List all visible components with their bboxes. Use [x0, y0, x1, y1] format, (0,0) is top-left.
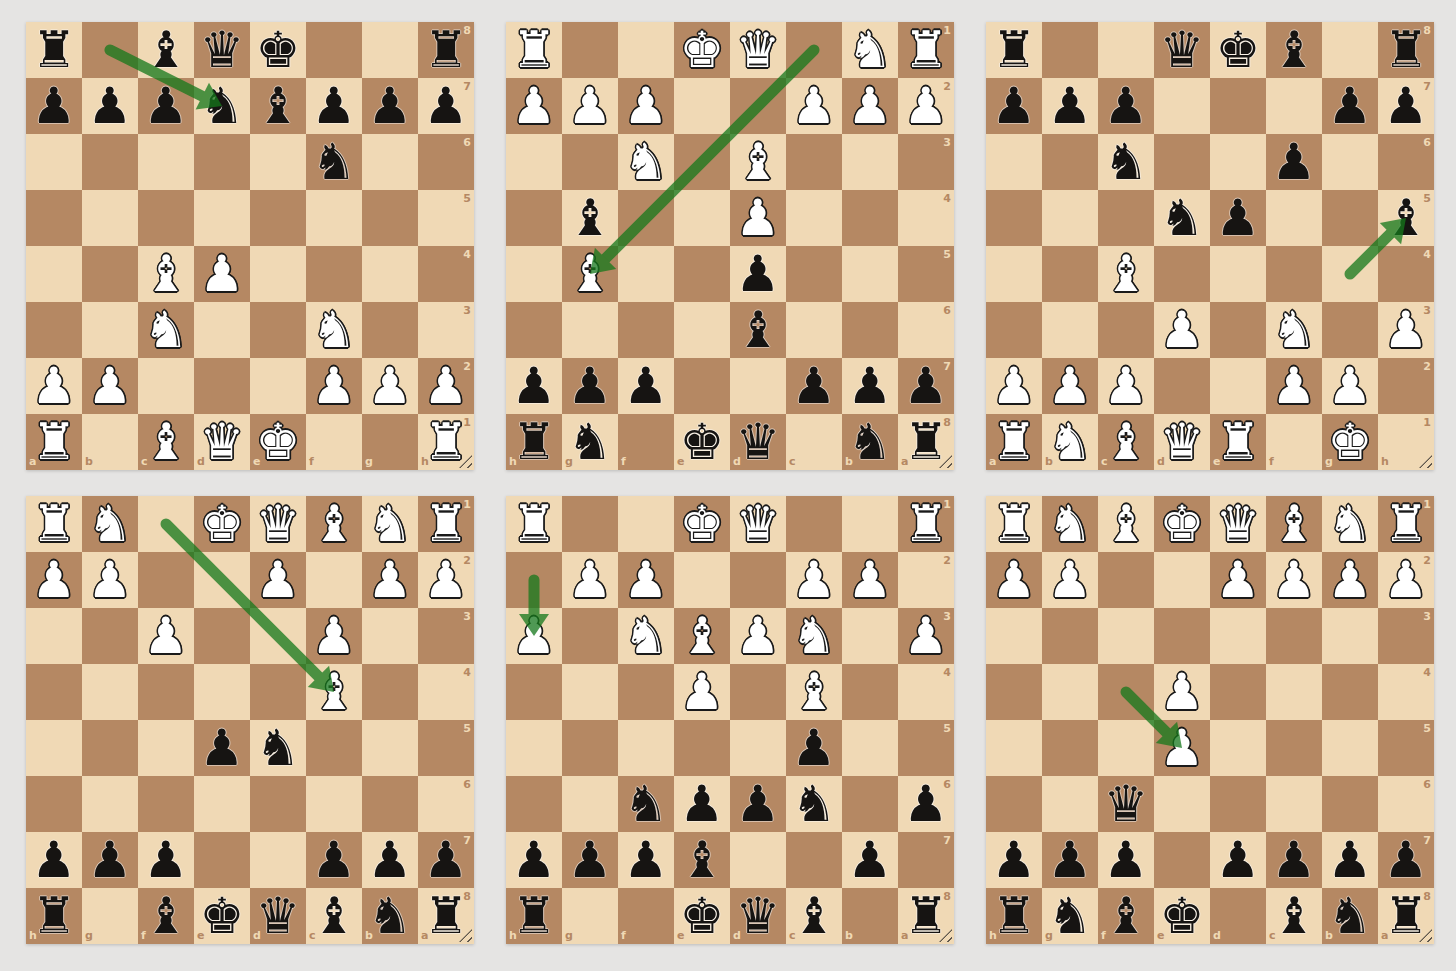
square-e5[interactable]: ♟: [1154, 720, 1210, 776]
square-d6[interactable]: [1210, 776, 1266, 832]
square-c8[interactable]: [1098, 22, 1154, 78]
square-a3[interactable]: 3: [898, 134, 954, 190]
square-a3[interactable]: 3: [1378, 608, 1434, 664]
piece-white-queen-d1[interactable]: ♛: [730, 496, 786, 552]
square-c1[interactable]: ♝c: [138, 414, 194, 470]
square-h8[interactable]: ♜8: [418, 22, 474, 78]
piece-black-rook-h8[interactable]: ♜: [1378, 22, 1434, 78]
square-h2[interactable]: ♟2: [418, 358, 474, 414]
square-b3[interactable]: [842, 134, 898, 190]
piece-white-pawn-a3[interactable]: ♟: [898, 608, 954, 664]
piece-white-rook-h1[interactable]: ♜: [506, 22, 562, 78]
piece-black-pawn-d7[interactable]: ♟: [1210, 832, 1266, 888]
square-g7[interactable]: ♟: [82, 832, 138, 888]
piece-black-pawn-b7[interactable]: ♟: [82, 78, 138, 134]
piece-black-knight-d5[interactable]: ♞: [1154, 190, 1210, 246]
piece-white-pawn-h2[interactable]: ♟: [986, 552, 1042, 608]
piece-black-bishop-f8[interactable]: ♝: [1266, 22, 1322, 78]
square-d7[interactable]: [730, 358, 786, 414]
square-d8[interactable]: ♛: [194, 22, 250, 78]
square-g2[interactable]: ♟: [562, 78, 618, 134]
square-c8[interactable]: ♝c: [306, 888, 362, 944]
piece-white-rook-a1[interactable]: ♜: [898, 22, 954, 78]
piece-white-rook-e1[interactable]: ♜: [1210, 414, 1266, 470]
square-d5[interactable]: [730, 720, 786, 776]
square-b5[interactable]: [842, 720, 898, 776]
square-b6[interactable]: [1042, 134, 1098, 190]
square-c3[interactable]: ♟: [306, 608, 362, 664]
square-e7[interactable]: ♝: [674, 832, 730, 888]
piece-white-pawn-h2[interactable]: ♟: [506, 78, 562, 134]
square-b6[interactable]: [842, 776, 898, 832]
square-f3[interactable]: ♞: [618, 134, 674, 190]
square-f2[interactable]: ♟: [306, 358, 362, 414]
piece-black-pawn-a7[interactable]: ♟: [986, 78, 1042, 134]
square-f7[interactable]: ♟: [618, 358, 674, 414]
piece-black-king-e8[interactable]: ♚: [674, 414, 730, 470]
square-e3[interactable]: [194, 608, 250, 664]
piece-white-pawn-b2[interactable]: ♟: [1042, 358, 1098, 414]
square-h4[interactable]: [986, 664, 1042, 720]
square-g4[interactable]: [362, 246, 418, 302]
piece-white-pawn-h2[interactable]: ♟: [418, 358, 474, 414]
square-a7[interactable]: ♟7: [1378, 832, 1434, 888]
square-g5[interactable]: [1042, 720, 1098, 776]
piece-black-bishop-f8[interactable]: ♝: [1098, 888, 1154, 944]
piece-black-king-e8[interactable]: ♚: [1154, 888, 1210, 944]
square-d2[interactable]: [1154, 358, 1210, 414]
piece-white-rook-a1[interactable]: ♜: [26, 414, 82, 470]
square-g1[interactable]: [562, 22, 618, 78]
square-f8[interactable]: f: [618, 888, 674, 944]
square-c2[interactable]: ♟: [1098, 358, 1154, 414]
square-f2[interactable]: ♟: [618, 78, 674, 134]
square-a6[interactable]: 6: [418, 776, 474, 832]
square-h3[interactable]: ♟3: [1378, 302, 1434, 358]
piece-white-pawn-f2[interactable]: ♟: [618, 552, 674, 608]
square-b4[interactable]: [82, 246, 138, 302]
square-a4[interactable]: 4: [898, 664, 954, 720]
square-h8[interactable]: ♜h: [506, 888, 562, 944]
square-e7[interactable]: [1210, 78, 1266, 134]
piece-white-pawn-a2[interactable]: ♟: [898, 78, 954, 134]
square-a4[interactable]: 4: [1378, 664, 1434, 720]
square-b8[interactable]: ♞b: [1322, 888, 1378, 944]
square-a5[interactable]: [986, 190, 1042, 246]
square-b6[interactable]: [1322, 776, 1378, 832]
piece-black-queen-d8[interactable]: ♛: [1154, 22, 1210, 78]
piece-black-queen-d8[interactable]: ♛: [194, 22, 250, 78]
piece-black-queen-d8[interactable]: ♛: [730, 414, 786, 470]
square-f4[interactable]: [306, 246, 362, 302]
square-c1[interactable]: [786, 496, 842, 552]
square-g4[interactable]: [562, 664, 618, 720]
square-f4[interactable]: [1098, 664, 1154, 720]
piece-black-pawn-f7[interactable]: ♟: [306, 78, 362, 134]
square-b6[interactable]: [82, 134, 138, 190]
piece-black-knight-d5[interactable]: ♞: [250, 720, 306, 776]
square-f8[interactable]: [306, 22, 362, 78]
square-h2[interactable]: [506, 552, 562, 608]
piece-white-bishop-c1[interactable]: ♝: [1266, 496, 1322, 552]
square-e1[interactable]: ♜e: [1210, 414, 1266, 470]
square-b7[interactable]: ♟: [1322, 832, 1378, 888]
piece-black-rook-h8[interactable]: ♜: [418, 22, 474, 78]
square-f5[interactable]: [618, 720, 674, 776]
piece-white-knight-b1[interactable]: ♞: [842, 22, 898, 78]
square-d4[interactable]: [1154, 246, 1210, 302]
piece-black-bishop-h5[interactable]: ♝: [1378, 190, 1434, 246]
square-b5[interactable]: [1042, 190, 1098, 246]
square-a1[interactable]: ♜1: [1378, 496, 1434, 552]
square-h7[interactable]: ♟: [26, 832, 82, 888]
square-f5[interactable]: [1098, 720, 1154, 776]
square-d1[interactable]: ♛d: [194, 414, 250, 470]
square-d2[interactable]: ♟: [1210, 552, 1266, 608]
piece-white-pawn-d3[interactable]: ♟: [730, 608, 786, 664]
square-c6[interactable]: [786, 302, 842, 358]
square-c7[interactable]: ♟: [1098, 78, 1154, 134]
piece-black-pawn-f7[interactable]: ♟: [618, 832, 674, 888]
square-f7[interactable]: ♟: [138, 832, 194, 888]
piece-black-king-e8[interactable]: ♚: [194, 888, 250, 944]
square-g5[interactable]: [362, 190, 418, 246]
piece-black-pawn-f7[interactable]: ♟: [618, 358, 674, 414]
square-b5[interactable]: [842, 246, 898, 302]
piece-black-bishop-f8[interactable]: ♝: [138, 888, 194, 944]
piece-black-pawn-b7[interactable]: ♟: [842, 358, 898, 414]
square-a4[interactable]: 4: [898, 190, 954, 246]
square-h1[interactable]: ♜: [26, 496, 82, 552]
piece-white-knight-c3[interactable]: ♞: [138, 302, 194, 358]
piece-black-pawn-g7[interactable]: ♟: [1042, 832, 1098, 888]
square-c6[interactable]: ♞: [786, 776, 842, 832]
square-e3[interactable]: [1154, 608, 1210, 664]
piece-black-queen-d8[interactable]: ♛: [730, 888, 786, 944]
square-e4[interactable]: ♟: [674, 664, 730, 720]
piece-white-pawn-b2[interactable]: ♟: [842, 78, 898, 134]
square-d6[interactable]: ♟: [730, 776, 786, 832]
piece-white-rook-a1[interactable]: ♜: [898, 496, 954, 552]
square-f4[interactable]: [1266, 246, 1322, 302]
square-b6[interactable]: [362, 776, 418, 832]
piece-black-pawn-h7[interactable]: ♟: [418, 78, 474, 134]
square-e6[interactable]: [194, 776, 250, 832]
square-f1[interactable]: [618, 22, 674, 78]
piece-black-pawn-f6[interactable]: ♟: [1266, 134, 1322, 190]
square-g1[interactable]: g: [362, 414, 418, 470]
piece-white-king-e1[interactable]: ♚: [674, 496, 730, 552]
piece-black-pawn-c7[interactable]: ♟: [306, 832, 362, 888]
piece-black-pawn-e6[interactable]: ♟: [674, 776, 730, 832]
square-f6[interactable]: [618, 302, 674, 358]
square-e8[interactable]: ♚: [1210, 22, 1266, 78]
square-d1[interactable]: ♛: [250, 496, 306, 552]
square-c1[interactable]: ♝: [1266, 496, 1322, 552]
piece-white-pawn-f2[interactable]: ♟: [306, 358, 362, 414]
square-d2[interactable]: [730, 78, 786, 134]
square-f1[interactable]: f: [1266, 414, 1322, 470]
piece-black-knight-g8[interactable]: ♞: [562, 414, 618, 470]
square-f7[interactable]: ♟: [1098, 832, 1154, 888]
square-d5[interactable]: [1210, 720, 1266, 776]
piece-white-queen-d1[interactable]: ♛: [250, 496, 306, 552]
piece-white-bishop-c4[interactable]: ♝: [1098, 246, 1154, 302]
square-h8[interactable]: ♜h: [26, 888, 82, 944]
piece-white-pawn-h3[interactable]: ♟: [506, 608, 562, 664]
piece-white-pawn-e4[interactable]: ♟: [674, 664, 730, 720]
piece-black-queen-d8[interactable]: ♛: [250, 888, 306, 944]
square-d8[interactable]: d: [1210, 888, 1266, 944]
square-d4[interactable]: [730, 664, 786, 720]
piece-white-rook-h1[interactable]: ♜: [26, 496, 82, 552]
piece-black-knight-c6[interactable]: ♞: [1098, 134, 1154, 190]
square-c2[interactable]: [138, 358, 194, 414]
square-b5[interactable]: [82, 190, 138, 246]
square-a7[interactable]: ♟7: [898, 358, 954, 414]
square-c1[interactable]: [786, 22, 842, 78]
square-b7[interactable]: ♟: [362, 832, 418, 888]
square-h8[interactable]: ♜h: [506, 414, 562, 470]
square-a3[interactable]: [986, 302, 1042, 358]
square-h6[interactable]: [986, 776, 1042, 832]
piece-black-pawn-a7[interactable]: ♟: [26, 78, 82, 134]
square-g2[interactable]: ♟: [82, 552, 138, 608]
square-b3[interactable]: [82, 302, 138, 358]
square-d4[interactable]: ♟: [194, 246, 250, 302]
piece-white-rook-a1[interactable]: ♜: [986, 414, 1042, 470]
square-b1[interactable]: b: [82, 414, 138, 470]
square-c3[interactable]: ♞: [138, 302, 194, 358]
square-f3[interactable]: ♟: [138, 608, 194, 664]
square-f6[interactable]: ♞: [618, 776, 674, 832]
piece-black-pawn-h7[interactable]: ♟: [506, 358, 562, 414]
square-g5[interactable]: ♝: [562, 246, 618, 302]
square-f8[interactable]: ♝f: [1098, 888, 1154, 944]
square-a7[interactable]: ♟7: [418, 832, 474, 888]
square-e3[interactable]: [1210, 302, 1266, 358]
chess-board[interactable]: ♜♞♝♚♛♝♞♜1♟♟♟♟♟♟23♟4♟5♛6♟♟♟♟♟♟♟7♜h♞g♝f♚ed…: [986, 496, 1434, 944]
piece-white-pawn-a2[interactable]: ♟: [418, 552, 474, 608]
piece-white-knight-b1[interactable]: ♞: [362, 496, 418, 552]
piece-black-knight-d7[interactable]: ♞: [194, 78, 250, 134]
square-b8[interactable]: [82, 22, 138, 78]
square-a5[interactable]: [26, 190, 82, 246]
square-c4[interactable]: ♝: [306, 664, 362, 720]
piece-black-pawn-e5[interactable]: ♟: [1210, 190, 1266, 246]
piece-white-rook-a1[interactable]: ♜: [1378, 496, 1434, 552]
square-e7[interactable]: [674, 358, 730, 414]
square-a5[interactable]: 5: [418, 720, 474, 776]
square-h3[interactable]: [986, 608, 1042, 664]
piece-black-pawn-c5[interactable]: ♟: [786, 720, 842, 776]
square-g7[interactable]: ♟: [1322, 78, 1378, 134]
square-a6[interactable]: 6: [1378, 776, 1434, 832]
piece-black-rook-h8[interactable]: ♜: [506, 888, 562, 944]
square-e8[interactable]: ♚e: [1154, 888, 1210, 944]
square-h4[interactable]: [506, 664, 562, 720]
piece-black-pawn-a7[interactable]: ♟: [898, 358, 954, 414]
piece-white-pawn-e4[interactable]: ♟: [1154, 664, 1210, 720]
piece-white-pawn-c2[interactable]: ♟: [786, 552, 842, 608]
square-b7[interactable]: ♟: [842, 832, 898, 888]
piece-white-pawn-c2[interactable]: ♟: [1098, 358, 1154, 414]
piece-white-queen-d1[interactable]: ♛: [1210, 496, 1266, 552]
square-c6[interactable]: [138, 134, 194, 190]
square-f7[interactable]: ♟: [618, 832, 674, 888]
square-f3[interactable]: ♞: [1266, 302, 1322, 358]
piece-white-king-e1[interactable]: ♚: [674, 22, 730, 78]
piece-white-rook-h1[interactable]: ♜: [986, 496, 1042, 552]
piece-black-pawn-d5[interactable]: ♟: [730, 246, 786, 302]
piece-white-bishop-d3[interactable]: ♝: [730, 134, 786, 190]
square-c4[interactable]: ♝: [138, 246, 194, 302]
square-h7[interactable]: ♟7: [1378, 78, 1434, 134]
square-b7[interactable]: ♟: [842, 358, 898, 414]
piece-white-pawn-d4[interactable]: ♟: [730, 190, 786, 246]
piece-black-pawn-b7[interactable]: ♟: [842, 832, 898, 888]
square-g7[interactable]: ♟: [362, 78, 418, 134]
square-b3[interactable]: [1042, 302, 1098, 358]
square-b7[interactable]: ♟: [82, 78, 138, 134]
square-a5[interactable]: 5: [1378, 720, 1434, 776]
piece-white-bishop-c4[interactable]: ♝: [786, 664, 842, 720]
piece-white-pawn-d2[interactable]: ♟: [250, 552, 306, 608]
piece-black-knight-g8[interactable]: ♞: [1042, 888, 1098, 944]
square-e6[interactable]: [1154, 776, 1210, 832]
piece-white-knight-b1[interactable]: ♞: [1042, 414, 1098, 470]
square-h6[interactable]: [506, 776, 562, 832]
square-d7[interactable]: [250, 832, 306, 888]
square-d8[interactable]: ♛d: [730, 888, 786, 944]
square-c5[interactable]: [786, 246, 842, 302]
piece-black-bishop-e7[interactable]: ♝: [674, 832, 730, 888]
piece-black-pawn-f7[interactable]: ♟: [1098, 832, 1154, 888]
piece-white-pawn-a2[interactable]: ♟: [26, 358, 82, 414]
square-c7[interactable]: ♟: [786, 358, 842, 414]
square-g3[interactable]: [362, 302, 418, 358]
piece-black-rook-h8[interactable]: ♜: [986, 888, 1042, 944]
square-h5[interactable]: [506, 246, 562, 302]
piece-white-pawn-h2[interactable]: ♟: [26, 552, 82, 608]
piece-black-king-e8[interactable]: ♚: [250, 22, 306, 78]
square-h8[interactable]: ♜8: [1378, 22, 1434, 78]
square-d3[interactable]: [1210, 608, 1266, 664]
square-e5[interactable]: ♟: [194, 720, 250, 776]
square-a6[interactable]: ♟6: [898, 776, 954, 832]
square-h7[interactable]: ♟: [506, 832, 562, 888]
piece-black-pawn-e5[interactable]: ♟: [194, 720, 250, 776]
square-g7[interactable]: ♟: [562, 358, 618, 414]
square-h4[interactable]: 4: [1378, 246, 1434, 302]
square-h3[interactable]: [26, 608, 82, 664]
square-h4[interactable]: [506, 190, 562, 246]
square-c5[interactable]: [138, 190, 194, 246]
square-h6[interactable]: [506, 302, 562, 358]
square-e2[interactable]: [1154, 552, 1210, 608]
square-f5[interactable]: [306, 190, 362, 246]
square-h7[interactable]: ♟7: [418, 78, 474, 134]
piece-white-pawn-g2[interactable]: ♟: [362, 358, 418, 414]
piece-white-pawn-f2[interactable]: ♟: [618, 78, 674, 134]
square-e5[interactable]: [674, 246, 730, 302]
piece-black-pawn-c7[interactable]: ♟: [1266, 832, 1322, 888]
square-g2[interactable]: ♟: [562, 552, 618, 608]
square-g5[interactable]: [562, 720, 618, 776]
square-f5[interactable]: [138, 720, 194, 776]
square-a3[interactable]: ♟3: [898, 608, 954, 664]
square-c6[interactable]: [1266, 776, 1322, 832]
square-f5[interactable]: [618, 246, 674, 302]
piece-black-pawn-a6[interactable]: ♟: [898, 776, 954, 832]
square-g1[interactable]: ♞: [1042, 496, 1098, 552]
square-d3[interactable]: ♝: [730, 134, 786, 190]
square-d8[interactable]: ♛d: [250, 888, 306, 944]
piece-black-pawn-g7[interactable]: ♟: [1322, 78, 1378, 134]
square-f8[interactable]: ♝: [1266, 22, 1322, 78]
square-d5[interactable]: ♞: [250, 720, 306, 776]
square-g7[interactable]: ♟: [562, 832, 618, 888]
square-d1[interactable]: ♛: [1210, 496, 1266, 552]
square-g6[interactable]: [82, 776, 138, 832]
square-a7[interactable]: 7: [898, 832, 954, 888]
square-c1[interactable]: ♝: [306, 496, 362, 552]
square-d8[interactable]: ♛: [1154, 22, 1210, 78]
square-c4[interactable]: [1266, 664, 1322, 720]
square-g6[interactable]: [362, 134, 418, 190]
square-g2[interactable]: ♟: [362, 358, 418, 414]
square-b4[interactable]: [842, 190, 898, 246]
piece-white-pawn-a2[interactable]: ♟: [1378, 552, 1434, 608]
square-d6[interactable]: ♝: [730, 302, 786, 358]
piece-white-pawn-e5[interactable]: ♟: [1154, 720, 1210, 776]
piece-white-king-e1[interactable]: ♚: [1154, 496, 1210, 552]
square-e2[interactable]: [250, 358, 306, 414]
square-f2[interactable]: ♟: [618, 552, 674, 608]
square-h5[interactable]: [986, 720, 1042, 776]
piece-white-pawn-a2[interactable]: ♟: [986, 358, 1042, 414]
square-c6[interactable]: ♞: [1098, 134, 1154, 190]
square-a1[interactable]: ♜1: [898, 496, 954, 552]
square-b1[interactable]: ♞: [362, 496, 418, 552]
square-e1[interactable]: ♚: [1154, 496, 1210, 552]
square-f6[interactable]: [138, 776, 194, 832]
square-b2[interactable]: ♟: [842, 78, 898, 134]
square-g7[interactable]: ♟: [1042, 832, 1098, 888]
square-h3[interactable]: 3: [418, 302, 474, 358]
square-e4[interactable]: [250, 246, 306, 302]
piece-white-knight-g1[interactable]: ♞: [1042, 496, 1098, 552]
square-d5[interactable]: [194, 190, 250, 246]
square-h3[interactable]: ♟: [506, 608, 562, 664]
square-h5[interactable]: [26, 720, 82, 776]
piece-white-pawn-h3[interactable]: ♟: [1378, 302, 1434, 358]
piece-black-king-e8[interactable]: ♚: [674, 888, 730, 944]
piece-white-knight-f3[interactable]: ♞: [618, 134, 674, 190]
square-d3[interactable]: [194, 302, 250, 358]
piece-black-pawn-h7[interactable]: ♟: [1378, 78, 1434, 134]
piece-white-queen-d1[interactable]: ♛: [194, 414, 250, 470]
square-f3[interactable]: ♞: [306, 302, 362, 358]
piece-white-pawn-g2[interactable]: ♟: [1322, 358, 1378, 414]
piece-white-knight-b1[interactable]: ♞: [1322, 496, 1378, 552]
square-g4[interactable]: ♝: [562, 190, 618, 246]
piece-black-bishop-e7[interactable]: ♝: [250, 78, 306, 134]
piece-white-bishop-e3[interactable]: ♝: [674, 608, 730, 664]
piece-black-knight-b8[interactable]: ♞: [362, 888, 418, 944]
square-a2[interactable]: ♟2: [1378, 552, 1434, 608]
piece-black-pawn-c7[interactable]: ♟: [1098, 78, 1154, 134]
